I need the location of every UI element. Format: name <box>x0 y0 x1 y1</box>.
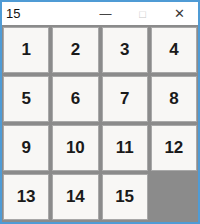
titlebar: 15 — □ ✕ <box>2 2 198 25</box>
tile-8[interactable]: 8 <box>151 76 197 122</box>
minimize-icon: — <box>100 7 112 21</box>
tile-3[interactable]: 3 <box>102 27 148 73</box>
close-button[interactable]: ✕ <box>161 2 198 25</box>
tile-11[interactable]: 11 <box>102 125 148 171</box>
tile-4[interactable]: 4 <box>151 27 197 73</box>
tile-15[interactable]: 15 <box>102 174 148 220</box>
window-title: 15 <box>2 2 20 25</box>
tile-14[interactable]: 14 <box>52 174 98 220</box>
puzzle-board: 123456789101112131415 <box>2 25 198 222</box>
empty-cell <box>151 174 197 220</box>
tile-9[interactable]: 9 <box>3 125 49 171</box>
tile-1[interactable]: 1 <box>3 27 49 73</box>
tile-7[interactable]: 7 <box>102 76 148 122</box>
tile-13[interactable]: 13 <box>3 174 49 220</box>
game-window: 15 — □ ✕ 123456789101112131415 <box>0 0 200 224</box>
maximize-icon: □ <box>139 8 146 20</box>
tile-2[interactable]: 2 <box>52 27 98 73</box>
maximize-button[interactable]: □ <box>124 2 161 25</box>
tile-12[interactable]: 12 <box>151 125 197 171</box>
window-controls: — □ ✕ <box>87 2 198 25</box>
tile-6[interactable]: 6 <box>52 76 98 122</box>
tile-10[interactable]: 10 <box>52 125 98 171</box>
minimize-button[interactable]: — <box>87 2 124 25</box>
close-icon: ✕ <box>174 6 185 21</box>
tile-5[interactable]: 5 <box>3 76 49 122</box>
